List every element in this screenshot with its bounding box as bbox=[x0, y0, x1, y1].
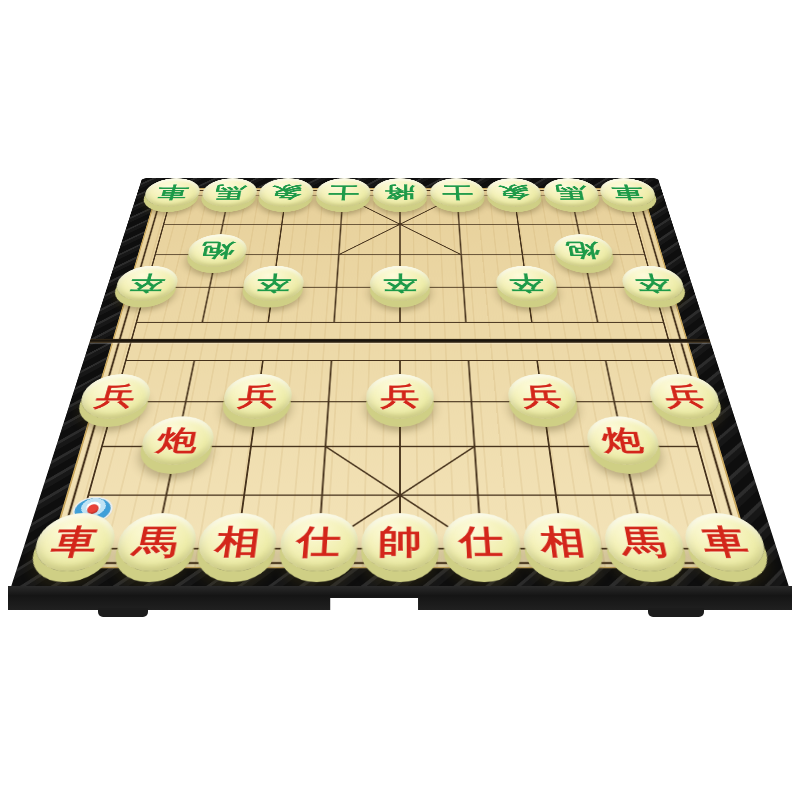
piece-glyph: 仕 bbox=[295, 525, 341, 558]
piece-glyph: 卒 bbox=[127, 273, 167, 293]
piece-glyph: 馬 bbox=[131, 525, 182, 558]
piece-glyph: 象 bbox=[497, 184, 530, 200]
piece-glyph: 炮 bbox=[600, 427, 646, 455]
xiangqi-board: 車馬象士將士象馬車炮炮卒卒卒卒卒兵兵兵兵兵炮炮車馬相仕帥仕相馬車 bbox=[10, 178, 790, 590]
piece-glyph: 象 bbox=[269, 184, 302, 200]
piece-red-advisor[interactable]: 仕 bbox=[442, 513, 523, 571]
piece-green-soldier[interactable]: 卒 bbox=[370, 266, 431, 301]
piece-glyph: 將 bbox=[384, 184, 415, 200]
piece-red-soldier[interactable]: 兵 bbox=[645, 374, 725, 419]
photo-background: 車馬象士將士象馬車炮炮卒卒卒卒卒兵兵兵兵兵炮炮車馬相仕帥仕相馬車 bbox=[0, 0, 800, 800]
piece-glyph: 卒 bbox=[383, 273, 418, 293]
piece-green-soldier[interactable]: 卒 bbox=[241, 266, 306, 301]
piece-glyph: 相 bbox=[213, 525, 262, 558]
piece-glyph: 仕 bbox=[458, 525, 504, 558]
piece-glyph: 炮 bbox=[564, 241, 601, 260]
piece-glyph: 相 bbox=[538, 525, 587, 558]
piece-red-horse[interactable]: 馬 bbox=[600, 513, 689, 571]
piece-glyph: 兵 bbox=[380, 383, 419, 409]
piece-red-cannon[interactable]: 炮 bbox=[137, 417, 217, 466]
case-base bbox=[8, 586, 792, 610]
piece-green-cannon[interactable]: 炮 bbox=[184, 234, 249, 267]
piece-red-chariot[interactable]: 車 bbox=[679, 513, 772, 571]
piece-glyph: 馬 bbox=[212, 184, 246, 200]
piece-glyph: 車 bbox=[155, 184, 191, 200]
piece-glyph: 馬 bbox=[554, 184, 588, 200]
piece-glyph: 帥 bbox=[378, 525, 423, 558]
piece-glyph: 兵 bbox=[93, 383, 139, 409]
piece-glyph: 炮 bbox=[199, 241, 236, 260]
piece-green-soldier[interactable]: 卒 bbox=[112, 266, 182, 301]
piece-green-soldier[interactable]: 卒 bbox=[619, 266, 689, 301]
piece-green-horse[interactable]: 馬 bbox=[541, 178, 601, 207]
piece-red-chariot[interactable]: 車 bbox=[28, 513, 121, 571]
piece-green-chariot[interactable]: 車 bbox=[597, 178, 659, 207]
piece-glyph: 車 bbox=[610, 184, 646, 200]
piece-green-advisor[interactable]: 士 bbox=[429, 178, 485, 207]
piece-red-soldier[interactable]: 兵 bbox=[366, 374, 435, 419]
case-foot-left bbox=[98, 608, 148, 617]
piece-red-cannon[interactable]: 炮 bbox=[583, 417, 663, 466]
piece-red-elephant[interactable]: 相 bbox=[194, 513, 279, 571]
case-foot-right bbox=[648, 608, 704, 617]
piece-glyph: 卒 bbox=[255, 273, 292, 293]
piece-glyph: 士 bbox=[441, 184, 473, 200]
piece-glyph: 卒 bbox=[633, 273, 673, 293]
piece-green-elephant[interactable]: 象 bbox=[485, 178, 543, 207]
piece-red-soldier[interactable]: 兵 bbox=[506, 374, 579, 419]
piece-green-advisor[interactable]: 士 bbox=[315, 178, 371, 207]
piece-red-horse[interactable]: 馬 bbox=[111, 513, 200, 571]
piece-red-general[interactable]: 帥 bbox=[361, 513, 440, 571]
piece-red-elephant[interactable]: 相 bbox=[521, 513, 606, 571]
piece-red-soldier[interactable]: 兵 bbox=[220, 374, 293, 419]
piece-glyph: 炮 bbox=[154, 427, 200, 455]
piece-green-soldier[interactable]: 卒 bbox=[495, 266, 560, 301]
piece-red-soldier[interactable]: 兵 bbox=[75, 374, 155, 419]
piece-glyph: 士 bbox=[327, 184, 359, 200]
piece-glyph: 兵 bbox=[521, 383, 563, 409]
pieces-layer: 車馬象士將士象馬車炮炮卒卒卒卒卒兵兵兵兵兵炮炮車馬相仕帥仕相馬車 bbox=[10, 178, 790, 590]
piece-glyph: 兵 bbox=[661, 383, 707, 409]
piece-green-elephant[interactable]: 象 bbox=[257, 178, 315, 207]
piece-glyph: 馬 bbox=[618, 525, 669, 558]
piece-glyph: 車 bbox=[698, 525, 751, 558]
piece-red-advisor[interactable]: 仕 bbox=[277, 513, 358, 571]
piece-green-cannon[interactable]: 炮 bbox=[551, 234, 616, 267]
piece-green-chariot[interactable]: 車 bbox=[141, 178, 203, 207]
piece-glyph: 兵 bbox=[237, 383, 279, 409]
piece-glyph: 車 bbox=[48, 525, 101, 558]
piece-green-horse[interactable]: 馬 bbox=[199, 178, 259, 207]
piece-green-general[interactable]: 將 bbox=[373, 178, 428, 207]
piece-glyph: 卒 bbox=[508, 273, 545, 293]
